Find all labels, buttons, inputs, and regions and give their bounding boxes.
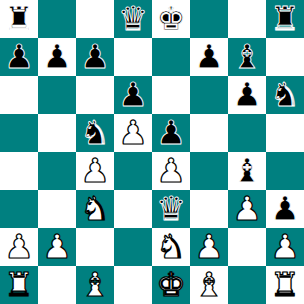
square-a1[interactable]: ♜ [0,266,38,304]
square-a8[interactable]: ♜ [0,0,38,38]
white-pawn: ♟ [118,114,148,152]
white-pawn: ♟ [156,152,186,190]
square-a2[interactable]: ♟ [0,228,38,266]
white-rook: ♜ [270,266,300,304]
black-pawn: ♟ [42,38,72,76]
square-b3[interactable] [38,190,76,228]
square-d8[interactable]: ♛ [114,0,152,38]
square-f8[interactable] [190,0,228,38]
square-f4[interactable] [190,152,228,190]
square-d2[interactable] [114,228,152,266]
white-bishop: ♝ [194,266,224,304]
square-g5[interactable] [228,114,266,152]
white-pawn: ♟ [270,228,300,266]
square-f7[interactable]: ♟ [190,38,228,76]
square-b6[interactable] [38,76,76,114]
square-c6[interactable] [76,76,114,114]
square-g1[interactable] [228,266,266,304]
square-a4[interactable] [0,152,38,190]
square-h2[interactable]: ♟ [266,228,304,266]
square-g7[interactable]: ♝ [228,38,266,76]
square-c2[interactable] [76,228,114,266]
square-a3[interactable] [0,190,38,228]
square-c5[interactable]: ♞ [76,114,114,152]
black-rook: ♜ [4,0,34,38]
square-h3[interactable]: ♟ [266,190,304,228]
square-b8[interactable] [38,0,76,38]
square-c4[interactable]: ♟ [76,152,114,190]
square-h1[interactable]: ♜ [266,266,304,304]
square-a5[interactable] [0,114,38,152]
square-h6[interactable]: ♞ [266,76,304,114]
black-queen: ♛ [118,0,148,38]
square-c3[interactable]: ♞ [76,190,114,228]
square-f5[interactable] [190,114,228,152]
square-f2[interactable]: ♟ [190,228,228,266]
square-e2[interactable]: ♞ [152,228,190,266]
black-pawn: ♟ [156,114,186,152]
white-knight: ♞ [156,228,186,266]
white-king: ♚ [156,266,186,304]
white-pawn: ♟ [232,190,262,228]
square-f1[interactable]: ♝ [190,266,228,304]
black-knight: ♞ [270,76,300,114]
square-f6[interactable] [190,76,228,114]
white-pawn: ♟ [4,228,34,266]
square-b5[interactable] [38,114,76,152]
square-a7[interactable]: ♟ [0,38,38,76]
white-bishop: ♝ [80,266,110,304]
square-e6[interactable] [152,76,190,114]
square-d5[interactable]: ♟ [114,114,152,152]
square-g6[interactable]: ♟ [228,76,266,114]
black-pawn: ♟ [194,38,224,76]
square-c1[interactable]: ♝ [76,266,114,304]
black-bishop: ♝ [232,152,262,190]
square-a6[interactable] [0,76,38,114]
white-rook: ♜ [4,266,34,304]
square-b7[interactable]: ♟ [38,38,76,76]
square-e3[interactable]: ♛ [152,190,190,228]
square-d6[interactable]: ♟ [114,76,152,114]
chess-board: ♜♛♚♜♟♟♟♟♝♟♟♞♞♟♟♟♟♝♞♛♟♟♟♟♞♟♟♜♝♚♝♜ [0,0,304,304]
square-g4[interactable]: ♝ [228,152,266,190]
white-knight: ♞ [80,190,110,228]
black-bishop: ♝ [232,38,262,76]
square-d4[interactable] [114,152,152,190]
black-pawn: ♟ [4,38,34,76]
square-b4[interactable] [38,152,76,190]
square-g3[interactable]: ♟ [228,190,266,228]
square-e1[interactable]: ♚ [152,266,190,304]
square-h4[interactable] [266,152,304,190]
square-e4[interactable]: ♟ [152,152,190,190]
black-king: ♚ [156,0,186,38]
square-e7[interactable] [152,38,190,76]
square-d3[interactable] [114,190,152,228]
square-d7[interactable] [114,38,152,76]
black-knight: ♞ [80,114,110,152]
square-b1[interactable] [38,266,76,304]
black-queen: ♛ [156,190,186,228]
square-g2[interactable] [228,228,266,266]
square-c7[interactable]: ♟ [76,38,114,76]
black-pawn: ♟ [270,190,300,228]
square-h8[interactable]: ♜ [266,0,304,38]
square-e8[interactable]: ♚ [152,0,190,38]
square-b2[interactable]: ♟ [38,228,76,266]
square-c8[interactable] [76,0,114,38]
square-e5[interactable]: ♟ [152,114,190,152]
square-h5[interactable] [266,114,304,152]
black-pawn: ♟ [118,76,148,114]
square-h7[interactable] [266,38,304,76]
black-pawn: ♟ [80,38,110,76]
square-g8[interactable] [228,0,266,38]
square-d1[interactable] [114,266,152,304]
black-pawn: ♟ [232,76,262,114]
white-pawn: ♟ [80,152,110,190]
square-f3[interactable] [190,190,228,228]
black-rook: ♜ [270,0,300,38]
white-pawn: ♟ [42,228,72,266]
white-pawn: ♟ [194,228,224,266]
